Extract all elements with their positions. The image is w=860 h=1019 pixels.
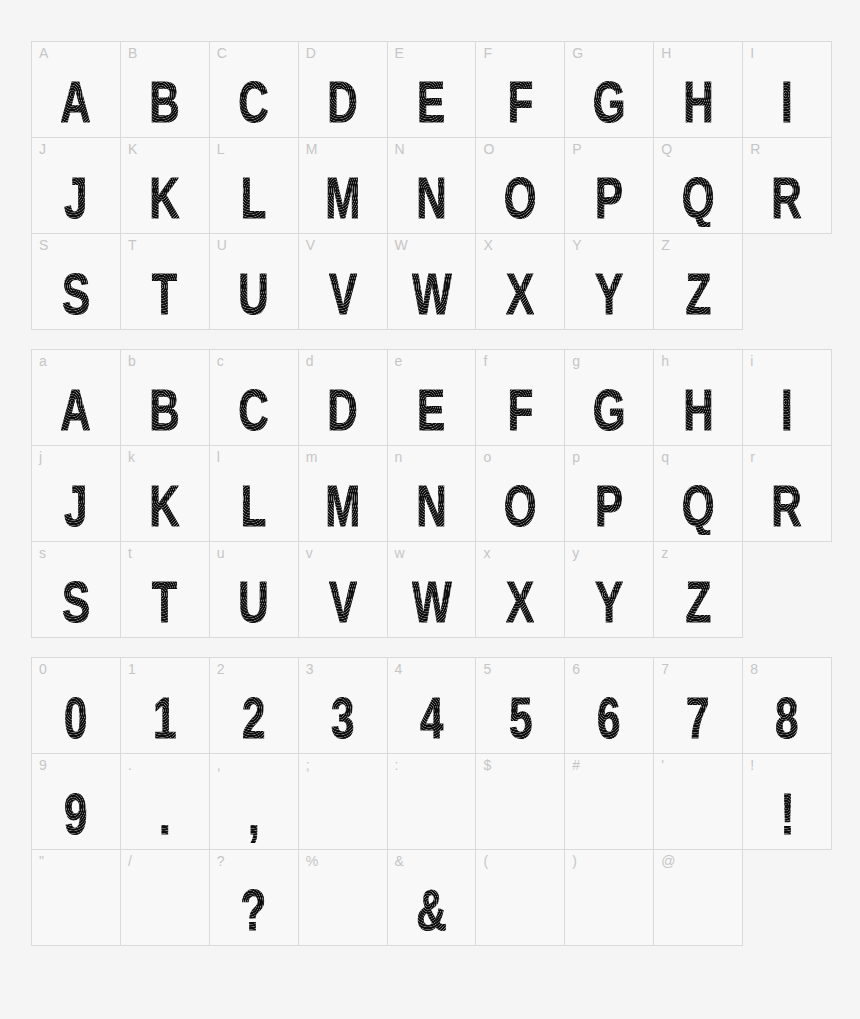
glyph-cell: UU: [209, 233, 299, 330]
font-glyph: N: [416, 478, 446, 535]
font-glyph: Y: [595, 266, 623, 323]
glyph-box: B: [121, 350, 209, 445]
glyph-cell: :: [387, 753, 477, 850]
glyph-cell: OO: [475, 137, 565, 234]
font-glyph: W: [412, 574, 452, 631]
glyph-cell: XX: [475, 233, 565, 330]
glyph-box: T: [121, 542, 209, 637]
glyph-box: [654, 754, 742, 849]
glyph-box: 4: [388, 658, 476, 753]
glyph-cell: YY: [564, 233, 654, 330]
font-glyph: H: [683, 74, 713, 131]
glyph-cell: #: [564, 753, 654, 850]
glyph-cell: KK: [120, 137, 210, 234]
glyph-cell: eE: [387, 349, 477, 446]
font-glyph: G: [593, 382, 626, 439]
glyph-box: 0: [32, 658, 120, 753]
glyph-cell: iI: [742, 349, 832, 446]
character-map: AABBCCDDEEFFGGHHIIJJKKLLMMNNOOPPQQRRSSTT…: [0, 0, 860, 946]
glyph-cell: AA: [31, 41, 121, 138]
glyph-cell: lL: [209, 445, 299, 542]
glyph-box: K: [121, 446, 209, 541]
glyph-row: 99..,,;:$#'!!: [31, 753, 860, 850]
glyph-cell: rR: [742, 445, 832, 542]
font-glyph: E: [417, 74, 445, 131]
font-glyph: 4: [420, 690, 443, 747]
glyph-box: I: [743, 42, 831, 137]
glyph-cell: yY: [564, 541, 654, 638]
glyph-box: K: [121, 138, 209, 233]
glyph-cell: ;: [298, 753, 388, 850]
glyph-cell: DD: [298, 41, 388, 138]
font-glyph: M: [325, 478, 360, 535]
glyph-cell: CC: [209, 41, 299, 138]
glyph-box: W: [388, 234, 476, 329]
glyph-cell: MM: [298, 137, 388, 234]
glyph-box: [299, 754, 387, 849]
glyph-box: Y: [565, 542, 653, 637]
font-glyph: X: [506, 266, 534, 323]
font-glyph: D: [327, 382, 357, 439]
glyph-box: U: [210, 234, 298, 329]
glyph-cell: wW: [387, 541, 477, 638]
glyph-cell: SS: [31, 233, 121, 330]
glyph-cell: dD: [298, 349, 388, 446]
glyph-cell: zZ: [653, 541, 743, 638]
glyph-box: F: [476, 350, 564, 445]
glyph-box: 1: [121, 658, 209, 753]
font-glyph: G: [593, 74, 626, 131]
glyph-box: L: [210, 446, 298, 541]
font-glyph: 3: [331, 690, 354, 747]
glyph-box: H: [654, 350, 742, 445]
glyph-row: jJkKlLmMnNoOpPqQrR: [31, 445, 860, 542]
glyph-box: ?: [210, 850, 298, 945]
font-glyph: T: [152, 266, 178, 323]
glyph-box: L: [210, 138, 298, 233]
font-glyph: O: [504, 170, 537, 227]
glyph-cell: PP: [564, 137, 654, 234]
glyph-cell: BB: [120, 41, 210, 138]
glyph-cell: cC: [209, 349, 299, 446]
glyph-box: Z: [654, 234, 742, 329]
glyph-cell: ZZ: [653, 233, 743, 330]
glyph-box: R: [743, 138, 831, 233]
glyph-box: A: [32, 42, 120, 137]
font-glyph: N: [416, 170, 446, 227]
font-glyph: V: [329, 574, 357, 631]
glyph-row: SSTTUUVVWWXXYYZZ: [31, 233, 860, 330]
font-glyph: D: [327, 74, 357, 131]
font-glyph: I: [781, 382, 793, 439]
glyph-cell: 11: [120, 657, 210, 754]
font-glyph: Q: [682, 478, 715, 535]
glyph-box: [299, 850, 387, 945]
glyph-box: A: [32, 350, 120, 445]
font-glyph: &: [416, 882, 446, 939]
glyph-box: T: [121, 234, 209, 329]
glyph-box: S: [32, 234, 120, 329]
glyph-box: N: [388, 446, 476, 541]
glyph-box: [388, 754, 476, 849]
glyph-box: B: [121, 42, 209, 137]
glyph-box: F: [476, 42, 564, 137]
glyph-box: M: [299, 446, 387, 541]
font-glyph: J: [64, 170, 87, 227]
font-glyph: U: [238, 574, 268, 631]
font-glyph: O: [504, 478, 537, 535]
glyph-cell: EE: [387, 41, 477, 138]
glyph-box: E: [388, 42, 476, 137]
glyph-cell: kK: [120, 445, 210, 542]
font-glyph: A: [61, 382, 91, 439]
glyph-box: G: [565, 42, 653, 137]
glyph-cell: vV: [298, 541, 388, 638]
glyph-box: J: [32, 138, 120, 233]
glyph-cell: jJ: [31, 445, 121, 542]
glyph-box: [565, 754, 653, 849]
font-glyph: P: [595, 170, 623, 227]
glyph-box: O: [476, 446, 564, 541]
glyph-box: Q: [654, 138, 742, 233]
glyph-box: V: [299, 542, 387, 637]
glyph-cell: 66: [564, 657, 654, 754]
font-glyph: Y: [595, 574, 623, 631]
glyph-cell: ): [564, 849, 654, 946]
glyph-cell: ": [31, 849, 121, 946]
glyph-box: 2: [210, 658, 298, 753]
font-glyph: .: [159, 786, 171, 843]
font-glyph: 7: [686, 690, 709, 747]
glyph-cell: 88: [742, 657, 832, 754]
font-glyph: 9: [64, 786, 87, 843]
glyph-box: &: [388, 850, 476, 945]
font-glyph: R: [772, 478, 802, 535]
glyph-row: 001122334455667788: [31, 657, 860, 754]
glyph-box: [654, 850, 742, 945]
font-glyph: C: [238, 382, 268, 439]
glyph-cell: WW: [387, 233, 477, 330]
glyph-cell: 55: [475, 657, 565, 754]
glyph-cell: fF: [475, 349, 565, 446]
glyph-box: D: [299, 350, 387, 445]
glyph-cell: 44: [387, 657, 477, 754]
font-glyph: K: [150, 170, 180, 227]
glyph-cell: VV: [298, 233, 388, 330]
font-glyph: B: [150, 382, 180, 439]
glyph-box: [32, 850, 120, 945]
glyph-cell: $: [475, 753, 565, 850]
glyph-cell: LL: [209, 137, 299, 234]
glyph-cell: !!: [742, 753, 832, 850]
font-glyph: 0: [64, 690, 87, 747]
glyph-box: N: [388, 138, 476, 233]
glyph-box: S: [32, 542, 120, 637]
font-glyph: P: [595, 478, 623, 535]
font-glyph: V: [329, 266, 357, 323]
font-glyph: ,: [248, 786, 260, 843]
font-glyph: B: [150, 74, 180, 131]
glyph-cell: tT: [120, 541, 210, 638]
glyph-cell: @: [653, 849, 743, 946]
glyph-cell: RR: [742, 137, 832, 234]
font-glyph: !: [780, 786, 794, 843]
glyph-cell: JJ: [31, 137, 121, 234]
glyph-box: U: [210, 542, 298, 637]
glyph-row: "/??%&&()@: [31, 849, 860, 946]
glyph-box: I: [743, 350, 831, 445]
glyph-cell: aA: [31, 349, 121, 446]
glyph-box: .: [121, 754, 209, 849]
glyph-box: G: [565, 350, 653, 445]
glyph-cell: xX: [475, 541, 565, 638]
font-glyph: Z: [685, 574, 711, 631]
glyph-box: ,: [210, 754, 298, 849]
glyph-box: 9: [32, 754, 120, 849]
glyph-cell: 22: [209, 657, 299, 754]
glyph-cell: uU: [209, 541, 299, 638]
glyph-cell: 00: [31, 657, 121, 754]
font-glyph: J: [64, 478, 87, 535]
glyph-row: JJKKLLMMNNOOPPQQRR: [31, 137, 860, 234]
glyph-box: O: [476, 138, 564, 233]
glyph-cell: pP: [564, 445, 654, 542]
glyph-cell: FF: [475, 41, 565, 138]
glyph-cell: 33: [298, 657, 388, 754]
glyph-box: X: [476, 542, 564, 637]
glyph-cell: GG: [564, 41, 654, 138]
font-glyph: U: [238, 266, 268, 323]
glyph-cell: sS: [31, 541, 121, 638]
glyph-cell: bB: [120, 349, 210, 446]
font-glyph: L: [241, 170, 267, 227]
glyph-box: P: [565, 446, 653, 541]
glyph-cell: HH: [653, 41, 743, 138]
glyph-box: !: [743, 754, 831, 849]
font-glyph: 6: [598, 690, 621, 747]
glyph-box: C: [210, 42, 298, 137]
font-glyph: I: [781, 74, 793, 131]
glyph-cell: /: [120, 849, 210, 946]
font-glyph: T: [152, 574, 178, 631]
font-glyph: F: [508, 382, 534, 439]
font-glyph: H: [683, 382, 713, 439]
section-uppercase: AABBCCDDEEFFGGHHIIJJKKLLMMNNOOPPQQRRSSTT…: [31, 41, 860, 330]
glyph-box: H: [654, 42, 742, 137]
glyph-cell: QQ: [653, 137, 743, 234]
font-glyph: E: [417, 382, 445, 439]
glyph-cell: TT: [120, 233, 210, 330]
font-glyph: A: [61, 74, 91, 131]
glyph-box: 5: [476, 658, 564, 753]
font-glyph: ?: [241, 882, 267, 939]
glyph-cell: ,,: [209, 753, 299, 850]
font-glyph: 2: [242, 690, 265, 747]
section-lowercase: aAbBcCdDeEfFgGhHiIjJkKlLmMnNoOpPqQrRsStT…: [31, 349, 860, 638]
glyph-box: J: [32, 446, 120, 541]
glyph-box: [476, 850, 564, 945]
font-glyph: 1: [153, 690, 176, 747]
font-glyph: 5: [509, 690, 532, 747]
glyph-box: 3: [299, 658, 387, 753]
glyph-box: 7: [654, 658, 742, 753]
font-glyph: M: [325, 170, 360, 227]
glyph-cell: oO: [475, 445, 565, 542]
glyph-cell: 99: [31, 753, 121, 850]
glyph-box: [121, 850, 209, 945]
font-glyph: F: [508, 74, 534, 131]
glyph-cell: (: [475, 849, 565, 946]
glyph-box: W: [388, 542, 476, 637]
font-glyph: K: [150, 478, 180, 535]
font-glyph: S: [62, 266, 90, 323]
glyph-cell: &&: [387, 849, 477, 946]
glyph-box: C: [210, 350, 298, 445]
glyph-cell: qQ: [653, 445, 743, 542]
glyph-cell: %: [298, 849, 388, 946]
glyph-cell: hH: [653, 349, 743, 446]
glyph-box: R: [743, 446, 831, 541]
glyph-cell: gG: [564, 349, 654, 446]
glyph-cell: mM: [298, 445, 388, 542]
font-glyph: Q: [682, 170, 715, 227]
glyph-cell: ..: [120, 753, 210, 850]
font-glyph: S: [62, 574, 90, 631]
font-glyph: C: [238, 74, 268, 131]
glyph-cell: nN: [387, 445, 477, 542]
glyph-cell: NN: [387, 137, 477, 234]
font-glyph: R: [772, 170, 802, 227]
glyph-cell: ??: [209, 849, 299, 946]
glyph-box: 8: [743, 658, 831, 753]
glyph-box: X: [476, 234, 564, 329]
glyph-box: D: [299, 42, 387, 137]
glyph-row: sStTuUvVwWxXyYzZ: [31, 541, 860, 638]
font-glyph: 8: [775, 690, 798, 747]
glyph-cell: 77: [653, 657, 743, 754]
glyph-box: M: [299, 138, 387, 233]
glyph-box: V: [299, 234, 387, 329]
glyph-box: Z: [654, 542, 742, 637]
glyph-cell: II: [742, 41, 832, 138]
glyph-box: 6: [565, 658, 653, 753]
font-glyph: W: [412, 266, 452, 323]
glyph-box: Y: [565, 234, 653, 329]
glyph-box: E: [388, 350, 476, 445]
font-glyph: Z: [685, 266, 711, 323]
section-numerals-punctuation: 00112233445566778899..,,;:$#'!!"/??%&&()…: [31, 657, 860, 946]
font-glyph: L: [241, 478, 267, 535]
glyph-box: Q: [654, 446, 742, 541]
glyph-box: [565, 850, 653, 945]
glyph-box: P: [565, 138, 653, 233]
glyph-row: aAbBcCdDeEfFgGhHiI: [31, 349, 860, 446]
glyph-cell: ': [653, 753, 743, 850]
glyph-box: [476, 754, 564, 849]
font-glyph: X: [506, 574, 534, 631]
glyph-row: AABBCCDDEEFFGGHHII: [31, 41, 860, 138]
